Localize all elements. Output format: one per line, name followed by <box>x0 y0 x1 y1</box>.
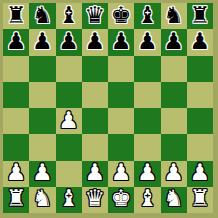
square-c3[interactable] <box>56 134 82 160</box>
square-d6[interactable] <box>82 56 108 82</box>
black-bishop[interactable]: ♝ <box>58 4 79 27</box>
black-pawn[interactable]: ♟ <box>163 30 184 53</box>
white-pawn[interactable]: ♟ <box>163 161 184 184</box>
square-d4[interactable] <box>82 108 108 134</box>
square-b4[interactable] <box>29 108 55 134</box>
square-g8[interactable]: ♞ <box>161 3 187 29</box>
white-pawn[interactable]: ♟ <box>137 161 158 184</box>
square-e2[interactable]: ♟ <box>108 161 134 187</box>
square-g2[interactable]: ♟ <box>161 161 187 187</box>
black-rook[interactable]: ♜ <box>6 4 27 27</box>
white-rook[interactable]: ♜ <box>6 187 27 210</box>
square-d7[interactable]: ♟ <box>82 29 108 55</box>
square-d8[interactable]: ♛ <box>82 3 108 29</box>
square-e3[interactable] <box>108 134 134 160</box>
square-c6[interactable] <box>56 56 82 82</box>
square-h8[interactable]: ♜ <box>187 3 213 29</box>
white-pawn[interactable]: ♟ <box>6 161 27 184</box>
square-h1[interactable]: ♜ <box>187 187 213 213</box>
square-b7[interactable]: ♟ <box>29 29 55 55</box>
square-h2[interactable]: ♟ <box>187 161 213 187</box>
black-pawn[interactable]: ♟ <box>58 30 79 53</box>
square-e4[interactable] <box>108 108 134 134</box>
white-pawn[interactable]: ♟ <box>32 161 53 184</box>
white-pawn[interactable]: ♟ <box>58 109 79 132</box>
square-b2[interactable]: ♟ <box>29 161 55 187</box>
square-b3[interactable] <box>29 134 55 160</box>
square-h7[interactable]: ♟ <box>187 29 213 55</box>
square-g1[interactable]: ♞ <box>161 187 187 213</box>
square-h5[interactable] <box>187 82 213 108</box>
square-c1[interactable]: ♝ <box>56 187 82 213</box>
chess-board: ♜♞♝♛♚♝♞♜♟♟♟♟♟♟♟♟♟♟♟♟♟♟♟♟♜♞♝♛♚♝♞♜ <box>3 3 213 213</box>
square-f2[interactable]: ♟ <box>134 161 160 187</box>
black-pawn[interactable]: ♟ <box>111 30 132 53</box>
square-c7[interactable]: ♟ <box>56 29 82 55</box>
square-g4[interactable] <box>161 108 187 134</box>
square-a1[interactable]: ♜ <box>3 187 29 213</box>
square-a5[interactable] <box>3 82 29 108</box>
black-pawn[interactable]: ♟ <box>32 30 53 53</box>
square-e7[interactable]: ♟ <box>108 29 134 55</box>
square-f1[interactable]: ♝ <box>134 187 160 213</box>
square-g3[interactable] <box>161 134 187 160</box>
square-e5[interactable] <box>108 82 134 108</box>
square-b8[interactable]: ♞ <box>29 3 55 29</box>
square-f3[interactable] <box>134 134 160 160</box>
black-knight[interactable]: ♞ <box>32 4 53 27</box>
square-h6[interactable] <box>187 56 213 82</box>
square-e6[interactable] <box>108 56 134 82</box>
black-bishop[interactable]: ♝ <box>137 4 158 27</box>
white-rook[interactable]: ♜ <box>190 187 211 210</box>
square-a2[interactable]: ♟ <box>3 161 29 187</box>
square-d2[interactable]: ♟ <box>82 161 108 187</box>
square-e1[interactable]: ♚ <box>108 187 134 213</box>
white-bishop[interactable]: ♝ <box>137 187 158 210</box>
square-a3[interactable] <box>3 134 29 160</box>
black-queen[interactable]: ♛ <box>85 4 106 27</box>
white-knight[interactable]: ♞ <box>32 187 53 210</box>
square-c4[interactable]: ♟ <box>56 108 82 134</box>
black-rook[interactable]: ♜ <box>190 4 211 27</box>
black-pawn[interactable]: ♟ <box>190 30 211 53</box>
square-c2[interactable] <box>56 161 82 187</box>
black-king[interactable]: ♚ <box>111 4 132 27</box>
square-d1[interactable]: ♛ <box>82 187 108 213</box>
black-pawn[interactable]: ♟ <box>6 30 27 53</box>
black-pawn[interactable]: ♟ <box>137 30 158 53</box>
square-d3[interactable] <box>82 134 108 160</box>
white-pawn[interactable]: ♟ <box>85 161 106 184</box>
square-c5[interactable] <box>56 82 82 108</box>
square-f8[interactable]: ♝ <box>134 3 160 29</box>
square-f4[interactable] <box>134 108 160 134</box>
square-b1[interactable]: ♞ <box>29 187 55 213</box>
black-pawn[interactable]: ♟ <box>85 30 106 53</box>
white-knight[interactable]: ♞ <box>163 187 184 210</box>
square-a6[interactable] <box>3 56 29 82</box>
square-g5[interactable] <box>161 82 187 108</box>
square-c8[interactable]: ♝ <box>56 3 82 29</box>
white-pawn[interactable]: ♟ <box>111 161 132 184</box>
square-f7[interactable]: ♟ <box>134 29 160 55</box>
square-d5[interactable] <box>82 82 108 108</box>
square-a8[interactable]: ♜ <box>3 3 29 29</box>
square-b6[interactable] <box>29 56 55 82</box>
white-bishop[interactable]: ♝ <box>58 187 79 210</box>
square-f6[interactable] <box>134 56 160 82</box>
square-h3[interactable] <box>187 134 213 160</box>
square-h4[interactable] <box>187 108 213 134</box>
square-b5[interactable] <box>29 82 55 108</box>
chess-board-frame: ♜♞♝♛♚♝♞♜♟♟♟♟♟♟♟♟♟♟♟♟♟♟♟♟♜♞♝♛♚♝♞♜ <box>0 0 218 218</box>
white-queen[interactable]: ♛ <box>85 187 106 210</box>
square-g7[interactable]: ♟ <box>161 29 187 55</box>
square-e8[interactable]: ♚ <box>108 3 134 29</box>
square-f5[interactable] <box>134 82 160 108</box>
white-king[interactable]: ♚ <box>111 187 132 210</box>
square-g6[interactable] <box>161 56 187 82</box>
black-knight[interactable]: ♞ <box>163 4 184 27</box>
square-a7[interactable]: ♟ <box>3 29 29 55</box>
white-pawn[interactable]: ♟ <box>190 161 211 184</box>
square-a4[interactable] <box>3 108 29 134</box>
